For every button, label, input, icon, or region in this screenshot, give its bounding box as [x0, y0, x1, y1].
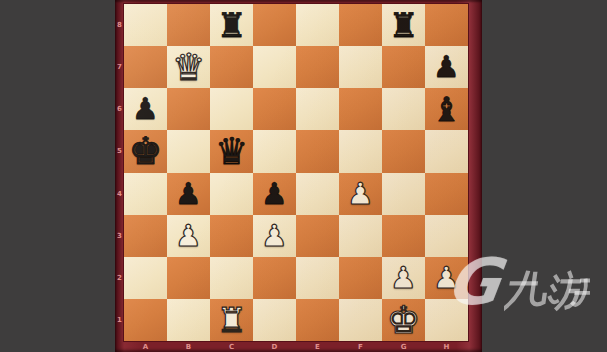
- square-b7[interactable]: ♛: [167, 46, 210, 88]
- square-d7[interactable]: [253, 46, 296, 88]
- square-f7[interactable]: [339, 46, 382, 88]
- white-rook-c1[interactable]: ♜: [210, 299, 253, 341]
- white-queen-b7[interactable]: ♛: [167, 46, 210, 88]
- square-d6[interactable]: [253, 88, 296, 130]
- file-label-e: E: [296, 341, 339, 352]
- square-h5[interactable]: [425, 130, 468, 172]
- square-d4[interactable]: ♟: [253, 173, 296, 215]
- white-king-g1[interactable]: ♚: [382, 299, 425, 341]
- black-bishop-h6[interactable]: ♝: [425, 88, 468, 130]
- square-h8[interactable]: [425, 4, 468, 46]
- square-b3[interactable]: ♟: [167, 215, 210, 257]
- square-a1[interactable]: [124, 299, 167, 341]
- square-h4[interactable]: [425, 173, 468, 215]
- white-pawn-b3[interactable]: ♟: [167, 215, 210, 257]
- file-label-f: F: [339, 341, 382, 352]
- square-c4[interactable]: [210, 173, 253, 215]
- square-h3[interactable]: [425, 215, 468, 257]
- square-g5[interactable]: [382, 130, 425, 172]
- square-g4[interactable]: [382, 173, 425, 215]
- square-e5[interactable]: [296, 130, 339, 172]
- file-label-c: C: [210, 341, 253, 352]
- rank-label-5: 5: [115, 130, 124, 172]
- square-d3[interactable]: ♟: [253, 215, 296, 257]
- square-d8[interactable]: [253, 4, 296, 46]
- square-e8[interactable]: [296, 4, 339, 46]
- black-pawn-a6[interactable]: ♟: [124, 88, 167, 130]
- square-d5[interactable]: [253, 130, 296, 172]
- square-b2[interactable]: [167, 257, 210, 299]
- square-c1[interactable]: ♜: [210, 299, 253, 341]
- white-pawn-d3[interactable]: ♟: [253, 215, 296, 257]
- black-king-a5[interactable]: ♚: [124, 130, 167, 172]
- square-e7[interactable]: [296, 46, 339, 88]
- screenshot-root: ♜♜♛♟♟♝♚♛♟♟♟♟♟♟♟♜♚ 87654321 ABCDEFGH G: [0, 0, 607, 352]
- square-e6[interactable]: [296, 88, 339, 130]
- square-h7[interactable]: ♟: [425, 46, 468, 88]
- rank-label-8: 8: [115, 4, 124, 46]
- black-pawn-b4[interactable]: ♟: [167, 173, 210, 215]
- square-g6[interactable]: [382, 88, 425, 130]
- black-pawn-d4[interactable]: ♟: [253, 173, 296, 215]
- black-pawn-h7[interactable]: ♟: [425, 46, 468, 88]
- file-label-a: A: [124, 341, 167, 352]
- square-b6[interactable]: [167, 88, 210, 130]
- black-queen-c5[interactable]: ♛: [210, 130, 253, 172]
- white-pawn-f4[interactable]: ♟: [339, 173, 382, 215]
- square-c6[interactable]: [210, 88, 253, 130]
- chess-board: ♜♜♛♟♟♝♚♛♟♟♟♟♟♟♟♜♚: [124, 4, 468, 341]
- square-f8[interactable]: [339, 4, 382, 46]
- square-e3[interactable]: [296, 215, 339, 257]
- square-d2[interactable]: [253, 257, 296, 299]
- watermark-text-jiuyou: [504, 268, 590, 314]
- rank-label-1: 1: [115, 299, 124, 341]
- square-g1[interactable]: ♚: [382, 299, 425, 341]
- file-label-d: D: [253, 341, 296, 352]
- square-a5[interactable]: ♚: [124, 130, 167, 172]
- black-rook-g8[interactable]: ♜: [382, 4, 425, 46]
- square-e4[interactable]: [296, 173, 339, 215]
- square-f3[interactable]: [339, 215, 382, 257]
- square-c5[interactable]: ♛: [210, 130, 253, 172]
- square-c8[interactable]: ♜: [210, 4, 253, 46]
- square-f2[interactable]: [339, 257, 382, 299]
- square-g3[interactable]: [382, 215, 425, 257]
- rank-label-7: 7: [115, 46, 124, 88]
- square-e1[interactable]: [296, 299, 339, 341]
- square-b4[interactable]: ♟: [167, 173, 210, 215]
- square-g7[interactable]: [382, 46, 425, 88]
- white-pawn-g2[interactable]: ♟: [382, 257, 425, 299]
- square-f6[interactable]: [339, 88, 382, 130]
- rank-label-3: 3: [115, 215, 124, 257]
- square-f1[interactable]: [339, 299, 382, 341]
- square-c3[interactable]: [210, 215, 253, 257]
- file-label-b: B: [167, 341, 210, 352]
- square-a2[interactable]: [124, 257, 167, 299]
- square-f5[interactable]: [339, 130, 382, 172]
- file-label-g: G: [382, 341, 425, 352]
- rank-label-6: 6: [115, 88, 124, 130]
- square-a7[interactable]: [124, 46, 167, 88]
- square-b1[interactable]: [167, 299, 210, 341]
- rank-label-2: 2: [115, 257, 124, 299]
- file-label-h: H: [425, 341, 468, 352]
- square-b5[interactable]: [167, 130, 210, 172]
- square-d1[interactable]: [253, 299, 296, 341]
- square-h2[interactable]: ♟: [425, 257, 468, 299]
- white-pawn-h2[interactable]: ♟: [425, 257, 468, 299]
- square-g8[interactable]: ♜: [382, 4, 425, 46]
- square-h1[interactable]: [425, 299, 468, 341]
- square-c7[interactable]: [210, 46, 253, 88]
- square-a3[interactable]: [124, 215, 167, 257]
- square-g2[interactable]: ♟: [382, 257, 425, 299]
- rank-label-4: 4: [115, 173, 124, 215]
- square-h6[interactable]: ♝: [425, 88, 468, 130]
- square-a4[interactable]: [124, 173, 167, 215]
- square-b8[interactable]: [167, 4, 210, 46]
- square-c2[interactable]: [210, 257, 253, 299]
- square-f4[interactable]: ♟: [339, 173, 382, 215]
- black-rook-c8[interactable]: ♜: [210, 4, 253, 46]
- square-e2[interactable]: [296, 257, 339, 299]
- square-a6[interactable]: ♟: [124, 88, 167, 130]
- chess-board-frame: ♜♜♛♟♟♝♚♛♟♟♟♟♟♟♟♜♚ 87654321 ABCDEFGH: [115, 0, 482, 352]
- square-a8[interactable]: [124, 4, 167, 46]
